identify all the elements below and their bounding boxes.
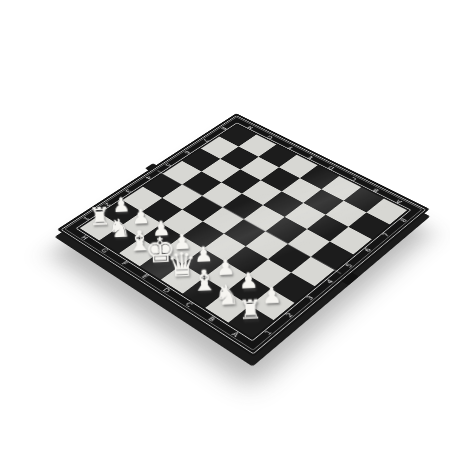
board-tilt-wrapper: HGFEDCBA HGFEDCBA 87654321 87654321 ♟♜♟♞… — [0, 0, 450, 450]
rank-label: 5 — [345, 262, 354, 268]
file-label: H — [247, 125, 255, 130]
file-label: C — [184, 301, 194, 308]
rank-label: 7 — [382, 232, 391, 238]
file-label: H — [80, 235, 89, 241]
file-label: B — [372, 187, 380, 193]
file-label: A — [395, 198, 404, 204]
rank-label: 4 — [144, 175, 152, 180]
file-label: E — [307, 155, 315, 160]
product-photo-scene: HGFEDCBA HGFEDCBA 87654321 87654321 ♟♜♟♞… — [0, 0, 450, 450]
rank-label: 8 — [220, 126, 228, 130]
rank-label: 7 — [202, 138, 210, 143]
file-label: E — [140, 273, 149, 279]
pieces-layer: ♟♜♟♞♟♝♟♚♟♛♟♝♟♞♟♜ — [80, 125, 408, 338]
rank-label: 2 — [285, 311, 295, 318]
rank-label: 6 — [364, 247, 373, 253]
chess-board: HGFEDCBA HGFEDCBA 87654321 87654321 ♟♜♟♞… — [57, 113, 430, 357]
file-label: B — [207, 316, 217, 323]
hinge-tab — [145, 163, 158, 171]
rank-label: 6 — [183, 150, 191, 155]
file-label: G — [100, 247, 110, 253]
file-label: D — [161, 287, 171, 294]
file-label: A — [230, 331, 240, 338]
rank-label: 3 — [305, 295, 315, 301]
file-label: F — [287, 145, 295, 150]
file-label: F — [120, 260, 129, 266]
rank-label: 8 — [399, 217, 408, 223]
file-label: D — [328, 165, 337, 170]
rank-label: 5 — [164, 162, 172, 167]
rank-label: 1 — [264, 329, 274, 336]
rank-label: 4 — [325, 278, 334, 284]
file-label: G — [266, 134, 275, 139]
file-label: C — [350, 176, 358, 181]
piece-white-rook-a1: ♜ — [231, 296, 270, 324]
